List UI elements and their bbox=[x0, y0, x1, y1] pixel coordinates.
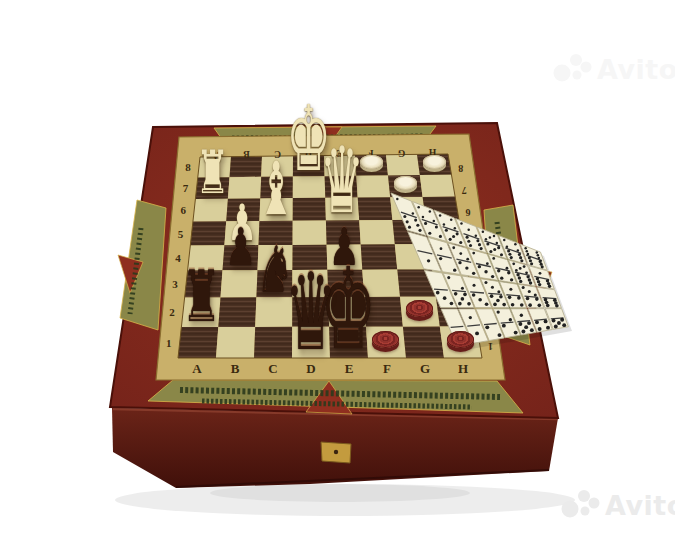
board-coordinate: 1 bbox=[488, 341, 493, 352]
domino-tile bbox=[391, 193, 426, 236]
domino-tile bbox=[511, 309, 537, 335]
board-coordinate: F bbox=[367, 148, 373, 158]
checker-red bbox=[406, 300, 433, 317]
avito-logo-icon bbox=[552, 52, 592, 86]
domino-tile bbox=[462, 276, 492, 308]
domino-tile bbox=[528, 309, 552, 332]
board-coordinate: 2 bbox=[483, 311, 488, 322]
chess-piece-white-pawn: ♟ bbox=[202, 198, 282, 248]
board-coordinate: E bbox=[336, 148, 342, 158]
chess-piece-black-pawn: ♟ bbox=[304, 221, 384, 273]
pieces-overlay: Avito Avito ♚♛♜♝♟♚♛♜♞♟♟ bbox=[0, 0, 675, 540]
board-coordinate: D bbox=[305, 149, 312, 159]
board-coordinate: 8 bbox=[185, 161, 191, 173]
board-coordinate: 5 bbox=[469, 231, 474, 242]
watermark-bottom: Avito bbox=[560, 488, 675, 522]
board-coordinate: F bbox=[383, 361, 391, 376]
board-coordinate: B bbox=[243, 149, 250, 159]
board-coordinate: 6 bbox=[180, 204, 186, 216]
board-coordinate: H bbox=[458, 361, 468, 376]
checker-white bbox=[360, 155, 383, 169]
board-coordinate: 7 bbox=[462, 185, 467, 196]
board-coordinate: 4 bbox=[474, 256, 479, 267]
watermark-text: Avito bbox=[605, 490, 675, 521]
domino-tile bbox=[529, 266, 555, 289]
board-coordinate: B bbox=[231, 361, 240, 376]
board-coordinate: G bbox=[420, 361, 430, 376]
board-coordinate: 5 bbox=[178, 228, 184, 240]
board-coordinate: 4 bbox=[175, 252, 181, 264]
domino-tile bbox=[481, 279, 509, 308]
domino-pack bbox=[0, 0, 675, 540]
chess-piece-black-king: ♚ bbox=[308, 254, 388, 367]
domino-tile bbox=[458, 309, 488, 343]
domino-tile bbox=[448, 243, 479, 277]
chess-piece-black-knight: ♞ bbox=[235, 237, 315, 301]
domino-tile bbox=[493, 309, 520, 338]
watermark-top: Avito bbox=[552, 52, 675, 86]
board-coordinate: A bbox=[212, 150, 219, 160]
checker-red bbox=[372, 331, 399, 348]
domino-tile bbox=[456, 219, 487, 253]
watermark-text: Avito bbox=[597, 54, 675, 85]
chess-piece-white-king: ♚ bbox=[269, 94, 349, 184]
domino-tile bbox=[476, 309, 504, 341]
board-coordinate: 1 bbox=[166, 337, 172, 349]
domino-tile bbox=[488, 254, 516, 283]
domino-tile bbox=[508, 260, 535, 286]
board-coordinate: E bbox=[345, 361, 354, 376]
domino-tile bbox=[537, 287, 561, 308]
checker-red bbox=[447, 331, 474, 348]
domino-tile bbox=[520, 244, 547, 270]
domino-tile bbox=[434, 210, 466, 247]
checker-white bbox=[423, 155, 446, 169]
checker-white bbox=[394, 176, 417, 190]
product-photo: ABCDEFGHABCDEFGH8765432187654321 Avito A… bbox=[0, 0, 675, 540]
board-coordinate: C bbox=[268, 361, 277, 376]
game-box-board: ABCDEFGHABCDEFGH8765432187654321 bbox=[0, 0, 675, 540]
chess-piece-black-queen: ♛ bbox=[271, 260, 351, 366]
domino-tile bbox=[408, 232, 442, 272]
board-coordinate: 7 bbox=[183, 182, 189, 194]
chess-piece-white-rook: ♜ bbox=[173, 143, 253, 203]
domino-tile bbox=[468, 249, 498, 281]
chess-piece-black-pawn: ♟ bbox=[201, 222, 281, 274]
domino-tile bbox=[443, 273, 474, 307]
domino-tile bbox=[499, 282, 526, 308]
chess-piece-black-rook: ♜ bbox=[161, 261, 241, 332]
domino-tile bbox=[477, 227, 507, 259]
board-coordinate: G bbox=[397, 148, 405, 158]
board-coordinate: H bbox=[428, 147, 436, 157]
board-coordinate: 8 bbox=[458, 163, 463, 174]
board-coordinate: D bbox=[306, 361, 315, 376]
domino-tile bbox=[424, 270, 456, 307]
board-coordinate: 6 bbox=[466, 207, 471, 218]
board-coordinate: 2 bbox=[169, 306, 175, 318]
chess-piece-white-bishop: ♝ bbox=[236, 153, 316, 226]
domino-tile bbox=[428, 237, 460, 274]
board-coordinate: C bbox=[274, 149, 281, 159]
domino-tile bbox=[545, 309, 568, 330]
domino-tile bbox=[518, 284, 544, 307]
board-coordinate: 3 bbox=[478, 282, 483, 293]
avito-logo-icon bbox=[560, 488, 600, 522]
board-coordinate: A bbox=[192, 361, 202, 376]
domino-tile bbox=[441, 309, 472, 346]
domino-tile bbox=[499, 236, 527, 265]
chess-piece-white-queen: ♛ bbox=[302, 136, 382, 228]
domino-tile bbox=[413, 202, 447, 242]
board-coordinate: 3 bbox=[172, 278, 178, 290]
